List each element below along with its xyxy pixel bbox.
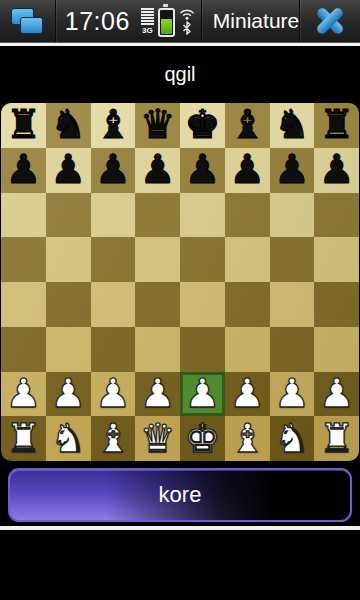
square-g1[interactable]: ♞ [270,416,315,461]
square-c6[interactable] [91,193,136,238]
piece-black-knight: ♞ [274,104,310,144]
square-h2[interactable]: ♟ [314,372,359,417]
square-f5[interactable] [225,237,270,282]
bluetooth-icon [182,21,192,35]
piece-black-knight: ♞ [50,104,86,144]
chess-board: ♜♞♝♛♚♝♞♜♟♟♟♟♟♟♟♟♟♟♟♟♟♟♟♟♜♞♝♛♚♝♞♜ [1,103,359,461]
square-h5[interactable] [314,237,359,282]
piece-white-rook: ♜ [5,418,41,458]
square-b4[interactable] [46,282,91,327]
piece-white-pawn: ♟ [229,373,265,413]
square-d5[interactable] [135,237,180,282]
square-f7[interactable]: ♟ [225,148,270,193]
square-b5[interactable] [46,237,91,282]
piece-black-pawn: ♟ [95,149,131,189]
wifi-icon [179,8,195,20]
square-g5[interactable] [270,237,315,282]
piece-white-queen: ♛ [140,418,176,458]
piece-white-pawn: ♟ [140,373,176,413]
piece-white-knight: ♞ [50,418,86,458]
square-h3[interactable] [314,327,359,372]
piece-white-rook: ♜ [319,418,355,458]
app-title: Miniature [202,0,299,42]
square-a5[interactable] [1,237,46,282]
square-h7[interactable]: ♟ [314,148,359,193]
square-g6[interactable] [270,193,315,238]
square-b3[interactable] [46,327,91,372]
player-name-bottom: kore [159,482,202,508]
piece-black-pawn: ♟ [5,149,41,189]
clock: 17:06 [56,0,139,42]
status-bar: 17:06 3G Miniature [0,0,360,42]
piece-black-queen: ♛ [140,104,176,144]
square-b8[interactable]: ♞ [46,103,91,148]
piece-black-pawn: ♟ [274,149,310,189]
square-d3[interactable] [135,327,180,372]
square-h6[interactable] [314,193,359,238]
square-c8[interactable]: ♝ [91,103,136,148]
square-a1[interactable]: ♜ [1,416,46,461]
square-b2[interactable]: ♟ [46,372,91,417]
square-d8[interactable]: ♛ [135,103,180,148]
square-g3[interactable] [270,327,315,372]
square-g7[interactable]: ♟ [270,148,315,193]
square-f2[interactable]: ♟ [225,372,270,417]
status-indicators: 3G [139,0,201,42]
square-c7[interactable]: ♟ [91,148,136,193]
square-c2[interactable]: ♟ [91,372,136,417]
square-e3[interactable] [180,327,225,372]
square-b6[interactable] [46,193,91,238]
square-d7[interactable]: ♟ [135,148,180,193]
square-c1[interactable]: ♝ [91,416,136,461]
piece-white-bishop: ♝ [95,418,131,458]
piece-white-pawn: ♟ [184,373,220,413]
square-a8[interactable]: ♜ [1,103,46,148]
piece-black-pawn: ♟ [229,149,265,189]
player-name-top: qgil [0,46,360,103]
close-icon [314,5,346,37]
square-b1[interactable]: ♞ [46,416,91,461]
piece-white-pawn: ♟ [50,373,86,413]
piece-black-rook: ♜ [319,104,355,144]
piece-black-rook: ♜ [5,104,41,144]
square-a3[interactable] [1,327,46,372]
piece-black-pawn: ♟ [50,149,86,189]
separator-line [0,526,360,530]
square-g8[interactable]: ♞ [270,103,315,148]
cellular-signal-icon: 3G [141,8,154,35]
square-c5[interactable] [91,237,136,282]
square-g4[interactable] [270,282,315,327]
square-f4[interactable] [225,282,270,327]
square-e2[interactable]: ♟ [180,372,225,417]
square-h1[interactable]: ♜ [314,416,359,461]
square-d6[interactable] [135,193,180,238]
piece-black-bishop: ♝ [229,104,265,144]
task-switcher-icon [10,8,44,35]
square-f1[interactable]: ♝ [225,416,270,461]
player-button-bottom[interactable]: kore [8,468,352,522]
square-e5[interactable] [180,237,225,282]
square-h8[interactable]: ♜ [314,103,359,148]
piece-black-pawn: ♟ [319,149,355,189]
square-f6[interactable] [225,193,270,238]
piece-white-pawn: ♟ [319,373,355,413]
square-a7[interactable]: ♟ [1,148,46,193]
piece-black-bishop: ♝ [95,104,131,144]
square-f8[interactable]: ♝ [225,103,270,148]
square-c4[interactable] [91,282,136,327]
square-e6[interactable] [180,193,225,238]
piece-white-pawn: ♟ [5,373,41,413]
square-d2[interactable]: ♟ [135,372,180,417]
piece-black-king: ♚ [184,104,220,144]
close-button[interactable] [300,0,360,42]
square-a4[interactable] [1,282,46,327]
square-a6[interactable] [1,193,46,238]
square-d1[interactable]: ♛ [135,416,180,461]
square-f3[interactable] [225,327,270,372]
network-type-label: 3G [142,27,153,35]
square-h4[interactable] [314,282,359,327]
square-e1[interactable]: ♚ [180,416,225,461]
square-c3[interactable] [91,327,136,372]
battery-icon [158,8,175,37]
square-g2[interactable]: ♟ [270,372,315,417]
square-e4[interactable] [180,282,225,327]
square-a2[interactable]: ♟ [1,372,46,417]
piece-white-king: ♚ [184,418,220,458]
square-e7[interactable]: ♟ [180,148,225,193]
piece-white-pawn: ♟ [95,373,131,413]
piece-white-bishop: ♝ [229,418,265,458]
piece-black-pawn: ♟ [140,149,176,189]
piece-white-pawn: ♟ [274,373,310,413]
task-switcher-button[interactable] [0,0,55,42]
square-d4[interactable] [135,282,180,327]
piece-black-pawn: ♟ [184,149,220,189]
square-b7[interactable]: ♟ [46,148,91,193]
square-e8[interactable]: ♚ [180,103,225,148]
app-window: 17:06 3G Miniature [0,0,360,600]
piece-white-knight: ♞ [274,418,310,458]
